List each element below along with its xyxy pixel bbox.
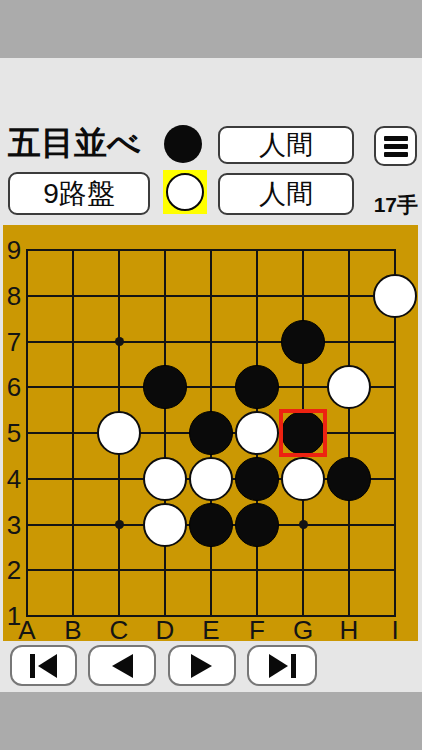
black-stone-H4 xyxy=(327,457,371,501)
row-label-9: 9 xyxy=(3,237,25,263)
column-label-D: D xyxy=(152,617,178,643)
prev-move-button[interactable] xyxy=(88,645,156,686)
hamburger-icon xyxy=(384,152,408,157)
phone-screen: 五目並べ 人間 9路盤 人間 17手 987654321ABCDEFGHI xyxy=(0,0,422,750)
white-stone-E4 xyxy=(189,457,233,501)
white-stone-I8 xyxy=(373,274,417,318)
black-stone-G7 xyxy=(281,320,325,364)
row-label-4: 4 xyxy=(3,466,25,492)
row-label-7: 7 xyxy=(3,329,25,355)
white-stone-icon xyxy=(166,173,204,211)
last-move-marker xyxy=(279,409,327,457)
skip-to-last-icon xyxy=(265,654,299,678)
step-back-icon xyxy=(109,654,135,678)
column-label-I: I xyxy=(382,617,408,643)
black-stone-E3 xyxy=(189,503,233,547)
column-label-G: G xyxy=(290,617,316,643)
black-stone-D6 xyxy=(143,365,187,409)
black-stone-icon xyxy=(164,125,202,163)
column-label-B: B xyxy=(60,617,86,643)
black-stone-E5 xyxy=(189,411,233,455)
first-move-button[interactable] xyxy=(10,645,77,686)
white-stone-D4 xyxy=(143,457,187,501)
column-label-H: H xyxy=(336,617,362,643)
row-label-2: 2 xyxy=(3,557,25,583)
app-window: 五目並べ 人間 9路盤 人間 17手 987654321ABCDEFGHI xyxy=(0,58,422,692)
star-point-C3 xyxy=(115,520,124,529)
row-label-8: 8 xyxy=(3,283,25,309)
menu-button[interactable] xyxy=(374,126,417,166)
board-size-button[interactable]: 9路盤 xyxy=(8,172,150,215)
step-forward-icon xyxy=(189,654,215,678)
skip-to-first-icon xyxy=(27,654,61,678)
white-stone-H6 xyxy=(327,365,371,409)
black-player-button[interactable]: 人間 xyxy=(218,126,354,164)
white-player-button[interactable]: 人間 xyxy=(218,173,354,215)
board-size-label: 9路盤 xyxy=(43,175,115,213)
column-label-F: F xyxy=(244,617,270,643)
white-player-label: 人間 xyxy=(259,176,313,212)
white-stone-G4 xyxy=(281,457,325,501)
white-stone-F5 xyxy=(235,411,279,455)
move-counter: 17手 xyxy=(338,192,418,218)
black-stone-F3 xyxy=(235,503,279,547)
column-label-E: E xyxy=(198,617,224,643)
black-stone-F6 xyxy=(235,365,279,409)
next-move-button[interactable] xyxy=(168,645,236,686)
column-label-C: C xyxy=(106,617,132,643)
white-stone-C5 xyxy=(97,411,141,455)
star-point-C7 xyxy=(115,337,124,346)
goban-board[interactable]: 987654321ABCDEFGHI xyxy=(3,225,418,641)
grid-vertical-line xyxy=(348,249,350,617)
black-player-label: 人間 xyxy=(259,127,313,163)
white-stone-D3 xyxy=(143,503,187,547)
last-move-button[interactable] xyxy=(247,645,317,686)
star-point-G3 xyxy=(299,520,308,529)
row-label-5: 5 xyxy=(3,420,25,446)
app-title: 五目並べ xyxy=(8,124,158,162)
white-turn-highlight xyxy=(163,170,207,214)
row-label-6: 6 xyxy=(3,374,25,400)
row-label-3: 3 xyxy=(3,512,25,538)
hamburger-icon xyxy=(384,144,408,149)
hamburger-icon xyxy=(384,136,408,141)
grid-horizontal-line xyxy=(26,569,396,571)
black-stone-F4 xyxy=(235,457,279,501)
column-label-A: A xyxy=(14,617,40,643)
